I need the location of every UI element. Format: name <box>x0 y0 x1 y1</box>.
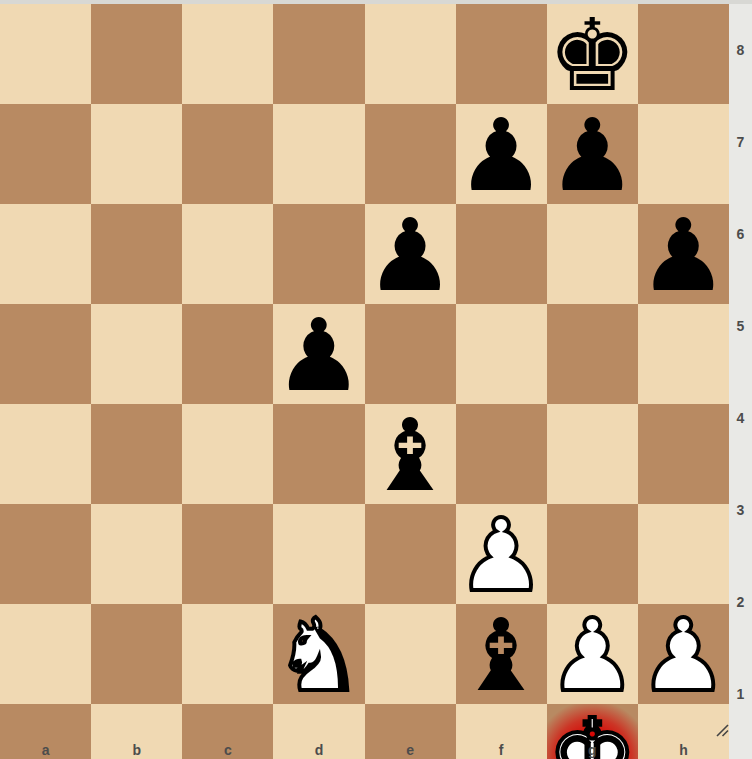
black-pawn-d5[interactable]: ♟ <box>274 306 364 406</box>
square-h6[interactable]: ♟ <box>638 204 729 304</box>
square-h8[interactable] <box>638 4 729 104</box>
square-f7[interactable]: ♟ <box>456 104 547 204</box>
black-pawn-g7[interactable]: ♟ <box>547 106 637 206</box>
square-e6[interactable]: ♟ <box>365 204 456 304</box>
white-pawn-h2[interactable]: ♟ <box>639 606 729 706</box>
square-f5[interactable] <box>456 304 547 404</box>
square-a3[interactable] <box>0 504 91 604</box>
square-g4[interactable] <box>547 404 638 504</box>
rank-label-4: 4 <box>729 372 752 464</box>
square-g8[interactable]: ♚ <box>547 4 638 104</box>
square-e2[interactable] <box>365 604 456 704</box>
square-g5[interactable] <box>547 304 638 404</box>
square-e5[interactable] <box>365 304 456 404</box>
square-h7[interactable] <box>638 104 729 204</box>
file-label-a: a <box>0 741 91 759</box>
square-f3[interactable]: ♟ <box>456 504 547 604</box>
page: { "game": "chess", "position": { "fen": … <box>0 0 752 759</box>
square-a6[interactable] <box>0 204 91 304</box>
rank-coordinates: 87654321 <box>729 4 752 740</box>
square-h5[interactable] <box>638 304 729 404</box>
square-d6[interactable] <box>273 204 364 304</box>
file-coordinates: abcdefgh <box>0 741 729 759</box>
square-c5[interactable] <box>182 304 273 404</box>
black-king-g8[interactable]: ♚ <box>547 6 637 106</box>
square-b4[interactable] <box>91 404 182 504</box>
square-d5[interactable]: ♟ <box>273 304 364 404</box>
square-e3[interactable] <box>365 504 456 604</box>
file-label-d: d <box>273 741 364 759</box>
white-pawn-g2[interactable]: ♟ <box>547 606 637 706</box>
rank-label-8: 8 <box>729 4 752 96</box>
black-pawn-f7[interactable]: ♟ <box>456 106 546 206</box>
square-d2[interactable]: ♞ <box>273 604 364 704</box>
square-c2[interactable] <box>182 604 273 704</box>
white-pawn-f3[interactable]: ♟ <box>456 506 546 606</box>
square-c4[interactable] <box>182 404 273 504</box>
square-c3[interactable] <box>182 504 273 604</box>
black-bishop-e4[interactable]: ♝ <box>365 406 455 506</box>
square-g2[interactable]: ♟ <box>547 604 638 704</box>
square-f8[interactable] <box>456 4 547 104</box>
square-b5[interactable] <box>91 304 182 404</box>
square-a8[interactable] <box>0 4 91 104</box>
square-d7[interactable] <box>273 104 364 204</box>
square-h4[interactable] <box>638 404 729 504</box>
rank-label-7: 7 <box>729 96 752 188</box>
square-c6[interactable] <box>182 204 273 304</box>
square-e4[interactable]: ♝ <box>365 404 456 504</box>
white-knight-d2[interactable]: ♞ <box>274 606 364 706</box>
black-pawn-h6[interactable]: ♟ <box>639 206 729 306</box>
square-d8[interactable] <box>273 4 364 104</box>
square-b8[interactable] <box>91 4 182 104</box>
square-f6[interactable] <box>456 204 547 304</box>
square-d3[interactable] <box>273 504 364 604</box>
square-g7[interactable]: ♟ <box>547 104 638 204</box>
file-label-h: h <box>638 741 729 759</box>
square-c7[interactable] <box>182 104 273 204</box>
black-bishop-f2[interactable]: ♝ <box>456 606 546 706</box>
file-label-c: c <box>182 741 273 759</box>
rank-label-1: 1 <box>729 648 752 740</box>
resize-grip-icon[interactable] <box>713 721 731 739</box>
square-a7[interactable] <box>0 104 91 204</box>
square-a4[interactable] <box>0 404 91 504</box>
file-label-g: g <box>547 741 638 759</box>
rank-label-2: 2 <box>729 556 752 648</box>
square-a5[interactable] <box>0 304 91 404</box>
square-h2[interactable]: ♟ <box>638 604 729 704</box>
square-b6[interactable] <box>91 204 182 304</box>
rank-label-6: 6 <box>729 188 752 280</box>
chess-board: ♚♟♟♟♟♟♝♟♞♝♟♟♚ <box>0 4 729 740</box>
square-b7[interactable] <box>91 104 182 204</box>
file-label-b: b <box>91 741 182 759</box>
square-c8[interactable] <box>182 4 273 104</box>
square-e8[interactable] <box>365 4 456 104</box>
black-pawn-e6[interactable]: ♟ <box>365 206 455 306</box>
square-f4[interactable] <box>456 404 547 504</box>
square-e7[interactable] <box>365 104 456 204</box>
square-a2[interactable] <box>0 604 91 704</box>
square-h3[interactable] <box>638 504 729 604</box>
rank-label-5: 5 <box>729 280 752 372</box>
square-g3[interactable] <box>547 504 638 604</box>
square-b3[interactable] <box>91 504 182 604</box>
square-g6[interactable] <box>547 204 638 304</box>
file-label-f: f <box>456 741 547 759</box>
square-b2[interactable] <box>91 604 182 704</box>
file-label-e: e <box>365 741 456 759</box>
square-f2[interactable]: ♝ <box>456 604 547 704</box>
rank-label-3: 3 <box>729 464 752 556</box>
square-d4[interactable] <box>273 404 364 504</box>
